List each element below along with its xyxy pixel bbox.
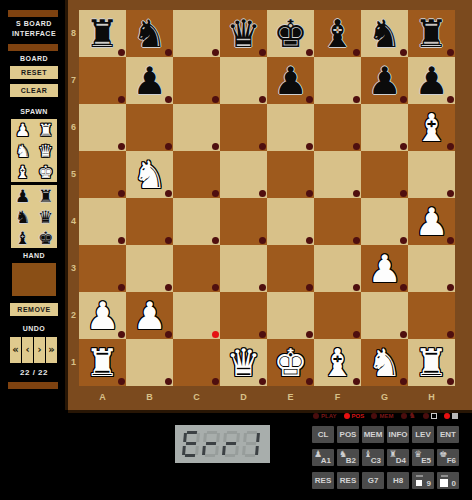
square-f3[interactable] <box>314 245 361 292</box>
square-c4[interactable] <box>173 198 220 245</box>
sensor-dot <box>400 331 407 338</box>
square-b1[interactable] <box>126 339 173 386</box>
square-c7[interactable] <box>173 57 220 104</box>
square-g7[interactable]: ♟ <box>361 57 408 104</box>
lcd-segment <box>183 433 187 442</box>
key-0[interactable]: 0 <box>437 472 459 489</box>
square-d3[interactable] <box>220 245 267 292</box>
square-small-icon <box>416 480 422 486</box>
key-res-2[interactable]: RES <box>337 472 359 489</box>
file-label-e: E <box>267 390 314 404</box>
lcd-segment <box>205 454 215 457</box>
sensor-dot <box>447 96 454 103</box>
board-section-label: BOARD <box>0 55 68 62</box>
lcd-segment <box>185 454 195 457</box>
rank-label-3: 3 <box>68 245 79 292</box>
led-dot <box>444 413 450 419</box>
sensor-dot <box>212 237 219 244</box>
sensor-dot <box>400 284 407 291</box>
app-title-line2: INTERFACE <box>0 30 68 37</box>
key-ent[interactable]: ENT <box>437 426 459 443</box>
square-f1[interactable]: ♝ <box>314 339 361 386</box>
square-e7[interactable]: ♟ <box>267 57 314 104</box>
key-e5[interactable]: ♛E5 <box>412 449 434 466</box>
square-f6[interactable] <box>314 104 361 151</box>
rank-label-7: 7 <box>68 57 79 104</box>
board-panel: ♜♞♛♚♝♞♜♟♟♟♟♝♞♟♟♟♟♜♛♚♝♞♜ 87654321 ABCDEFG… <box>68 0 472 410</box>
square-c5[interactable] <box>173 151 220 198</box>
key-label: 0 <box>452 479 456 489</box>
lcd-segment <box>246 442 256 445</box>
square-c8[interactable] <box>173 10 220 57</box>
sensor-dot <box>306 378 313 385</box>
key-c3[interactable]: ♝C3 <box>362 449 384 466</box>
sensor-dot <box>306 49 313 56</box>
keypad-row3: RESRESG7H890 <box>312 472 459 489</box>
sensor-dot <box>118 237 125 244</box>
square-b3[interactable] <box>126 245 173 292</box>
key-label: 9 <box>427 479 431 489</box>
sensor-dot <box>400 143 407 150</box>
spawn-black-pawn[interactable]: ♟ <box>11 185 34 206</box>
square-b7[interactable]: ♟ <box>126 57 173 104</box>
led-label: POS <box>352 413 365 419</box>
key-info[interactable]: INFO <box>387 426 409 443</box>
square-b8[interactable]: ♞ <box>126 10 173 57</box>
undo-controls: «‹›» <box>10 337 57 363</box>
divider-bar <box>8 382 58 389</box>
key-lev[interactable]: LEV <box>412 426 434 443</box>
square-g8[interactable]: ♞ <box>361 10 408 57</box>
spawn-white-king[interactable]: ♚ <box>34 161 57 182</box>
key-g7[interactable]: G7 <box>362 472 384 489</box>
key-label: E5 <box>421 456 431 466</box>
lcd-segment <box>195 446 199 455</box>
divider-bar <box>8 44 58 51</box>
lcd-segment <box>225 454 235 457</box>
keypad-leds: PLAYPOSMEM♞ <box>313 411 458 420</box>
sensor-dot <box>259 378 266 385</box>
file-label-a: A <box>79 390 126 404</box>
lcd-digits <box>183 431 259 457</box>
sensor-dot <box>165 331 172 338</box>
sensor-dot <box>447 49 454 56</box>
sensor-dot <box>447 190 454 197</box>
square-f2[interactable] <box>314 292 361 339</box>
key-label: D4 <box>396 456 406 466</box>
sensor-dot <box>259 143 266 150</box>
sensor-dot <box>400 378 407 385</box>
sensor-dot <box>353 143 360 150</box>
key-label: F6 <box>447 456 456 466</box>
led-dot <box>401 413 407 419</box>
spawn-palette-white: ♟♜♞♛♝♚ <box>11 119 57 182</box>
lcd-digit <box>222 431 240 457</box>
square-d8[interactable]: ♛ <box>220 10 267 57</box>
dash-icon <box>416 475 423 477</box>
clear-button[interactable]: CLEAR <box>10 84 58 97</box>
lcd-segment <box>245 454 255 457</box>
spawn-white-pawn[interactable]: ♟ <box>11 119 34 140</box>
key-a1[interactable]: ♟A1 <box>312 449 334 466</box>
sensor-dot <box>353 331 360 338</box>
square-g2[interactable] <box>361 292 408 339</box>
knight-icon: ♞ <box>409 413 416 419</box>
square-h8[interactable]: ♜ <box>408 10 455 57</box>
lcd-segment <box>216 433 220 442</box>
sensor-dot <box>306 143 313 150</box>
sensor-dot <box>165 237 172 244</box>
square-f4[interactable] <box>314 198 361 245</box>
rank-label-1: 1 <box>68 339 79 386</box>
rank-label-6: 6 <box>68 104 79 151</box>
square-h1[interactable]: ♜ <box>408 339 455 386</box>
lcd-digit <box>242 431 260 457</box>
key-h8[interactable]: H8 <box>387 472 409 489</box>
lcd-segment <box>243 433 247 442</box>
sensor-dot <box>165 190 172 197</box>
sensor-dot <box>212 96 219 103</box>
sensor-dot <box>306 237 313 244</box>
hand-slot[interactable] <box>12 263 56 296</box>
sensor-dot <box>118 143 125 150</box>
lcd-display <box>175 425 270 463</box>
app-title-line1: S BOARD <box>0 20 68 27</box>
lcd-segment <box>206 442 216 445</box>
rank-label-2: 2 <box>68 292 79 339</box>
led-white-square <box>423 413 437 419</box>
lcd-segment <box>203 433 207 442</box>
lcd-segment <box>187 431 197 434</box>
undo-section-label: UNDO <box>0 325 68 332</box>
lcd-segment <box>215 446 219 455</box>
reset-button[interactable]: RESET <box>10 66 58 79</box>
sensor-dot <box>447 237 454 244</box>
sensor-dot <box>212 378 219 385</box>
square-h3[interactable] <box>408 245 455 292</box>
sensor-dot <box>259 96 266 103</box>
sensor-dot <box>447 331 454 338</box>
sensor-dot <box>306 284 313 291</box>
spawn-white-rook[interactable]: ♜ <box>34 119 57 140</box>
sensor-dot <box>165 143 172 150</box>
square-b6[interactable] <box>126 104 173 151</box>
sensor-dot <box>165 284 172 291</box>
sensor-dot <box>353 190 360 197</box>
spawn-white-queen[interactable]: ♛ <box>34 140 57 161</box>
led-dot <box>344 413 350 419</box>
sensor-dot <box>259 190 266 197</box>
rank-label-5: 5 <box>68 151 79 198</box>
square-d1[interactable]: ♛ <box>220 339 267 386</box>
square-d4[interactable] <box>220 198 267 245</box>
spawn-white-knight[interactable]: ♞ <box>11 140 34 161</box>
divider-bar <box>8 10 58 17</box>
sensor-dot <box>259 284 266 291</box>
sensor-dot <box>165 378 172 385</box>
square-h7[interactable]: ♟ <box>408 57 455 104</box>
square-f8[interactable]: ♝ <box>314 10 361 57</box>
rank-label-4: 4 <box>68 198 79 245</box>
key-pos[interactable]: POS <box>337 426 359 443</box>
sensor-dot <box>259 331 266 338</box>
undo-step-forward-button[interactable]: › <box>34 337 45 363</box>
square-e2[interactable] <box>267 292 314 339</box>
sensor-dot <box>118 49 125 56</box>
file-label-b: B <box>126 390 173 404</box>
sensor-dot <box>400 49 407 56</box>
sensor-dot <box>400 96 407 103</box>
square-a5[interactable] <box>79 151 126 198</box>
square-a4[interactable] <box>79 198 126 245</box>
file-label-d: D <box>220 390 267 404</box>
sensor-dot <box>353 284 360 291</box>
square-g4[interactable] <box>361 198 408 245</box>
square-e8[interactable]: ♚ <box>267 10 314 57</box>
undo-jump-end-button[interactable]: » <box>46 337 57 363</box>
keypad-row1: CLPOSMEMINFOLEVENT <box>312 426 459 443</box>
spawn-black-rook[interactable]: ♜ <box>34 185 57 206</box>
sensor-dot <box>306 190 313 197</box>
file-label-c: C <box>173 390 220 404</box>
file-label-g: G <box>361 390 408 404</box>
led-mem: MEM <box>371 413 393 419</box>
square-c2[interactable] <box>173 292 220 339</box>
sensor-dot <box>118 284 125 291</box>
square-a8[interactable]: ♜ <box>79 10 126 57</box>
undo-step-back-button[interactable]: ‹ <box>22 337 33 363</box>
spawn-palette-black: ♟♜♞♛♝♚ <box>11 185 57 248</box>
square-f5[interactable] <box>314 151 361 198</box>
key-d4[interactable]: ♜D4 <box>387 449 409 466</box>
lcd-digit <box>202 431 220 457</box>
remove-button[interactable]: REMOVE <box>10 303 58 316</box>
sensor-dot <box>259 237 266 244</box>
sensor-dot <box>118 378 125 385</box>
square-h5[interactable] <box>408 151 455 198</box>
sensor-dot <box>447 143 454 150</box>
lcd-segment <box>227 431 237 434</box>
square-h6[interactable]: ♝ <box>408 104 455 151</box>
key-label: A1 <box>321 456 331 466</box>
chess-computer-screen: S BOARD INTERFACE BOARD RESET CLEAR SPAW… <box>0 0 472 500</box>
lcd-segment <box>247 431 257 434</box>
key-label: C3 <box>371 456 381 466</box>
square-b4[interactable] <box>126 198 173 245</box>
square-a3[interactable] <box>79 245 126 292</box>
spawn-black-queen[interactable]: ♛ <box>34 206 57 227</box>
sensor-dot <box>353 378 360 385</box>
undo-counter: 22 / 22 <box>0 368 68 377</box>
spawn-section-label: SPAWN <box>0 108 68 115</box>
led-dot <box>371 413 377 419</box>
square-c6[interactable] <box>173 104 220 151</box>
lcd-digit <box>182 431 200 457</box>
square-d5[interactable] <box>220 151 267 198</box>
key-res-1[interactable]: RES <box>312 472 334 489</box>
square-b2[interactable]: ♟ <box>126 292 173 339</box>
sensor-dot <box>212 284 219 291</box>
led-dot <box>313 413 319 419</box>
dash-icon <box>441 475 448 477</box>
spawn-black-king[interactable]: ♚ <box>34 227 57 248</box>
lcd-segment <box>207 431 217 434</box>
square-g1[interactable]: ♞ <box>361 339 408 386</box>
led-knight: ♞ <box>401 413 416 419</box>
lcd-segment <box>223 433 227 442</box>
rank-label-8: 8 <box>68 10 79 57</box>
lcd-segment <box>235 446 239 455</box>
sensor-dot <box>306 331 313 338</box>
spawn-white-bishop[interactable]: ♝ <box>11 161 34 182</box>
lcd-segment <box>255 446 259 455</box>
lcd-segment <box>256 433 260 442</box>
key-b2[interactable]: ♞B2 <box>337 449 359 466</box>
sensor-dot <box>447 284 454 291</box>
key-label: B2 <box>346 456 356 466</box>
sensor-dot <box>400 190 407 197</box>
key-cl[interactable]: CL <box>312 426 334 443</box>
sensor-dot <box>165 96 172 103</box>
board-grid: ♜♞♛♚♝♞♜♟♟♟♟♝♞♟♟♟♟♜♛♚♝♞♜ <box>79 10 455 386</box>
key-f6[interactable]: ♚F6 <box>437 449 459 466</box>
square-large-icon <box>440 479 448 487</box>
spawn-black-bishop[interactable]: ♝ <box>11 227 34 248</box>
black-square-icon <box>452 413 458 419</box>
white-square-icon <box>431 413 437 419</box>
sensor-dot <box>118 96 125 103</box>
square-c3[interactable] <box>173 245 220 292</box>
sensor-dot <box>400 237 407 244</box>
spawn-black-knight[interactable]: ♞ <box>11 206 34 227</box>
sensor-dot <box>353 49 360 56</box>
square-g5[interactable] <box>361 151 408 198</box>
sensor-dot <box>306 96 313 103</box>
square-b5[interactable]: ♞ <box>126 151 173 198</box>
square-c1[interactable] <box>173 339 220 386</box>
sensor-dot <box>259 49 266 56</box>
square-a7[interactable] <box>79 57 126 104</box>
square-d6[interactable] <box>220 104 267 151</box>
led-black-square <box>444 413 458 419</box>
square-a1[interactable]: ♜ <box>79 339 126 386</box>
sensor-dot <box>118 331 125 338</box>
key-mem[interactable]: MEM <box>362 426 384 443</box>
sensor-dot <box>447 378 454 385</box>
sensor-dot <box>165 49 172 56</box>
square-e4[interactable] <box>267 198 314 245</box>
undo-jump-start-button[interactable]: « <box>10 337 21 363</box>
square-g6[interactable] <box>361 104 408 151</box>
lcd-segment <box>186 442 196 445</box>
square-a6[interactable] <box>79 104 126 151</box>
sidebar: S BOARD INTERFACE BOARD RESET CLEAR SPAW… <box>0 0 68 500</box>
square-g3[interactable]: ♟ <box>361 245 408 292</box>
sensor-dot <box>353 96 360 103</box>
sensor-dot <box>353 237 360 244</box>
sensor-dot <box>212 49 219 56</box>
sensor-dot-highlighted <box>212 331 219 338</box>
led-play: PLAY <box>313 413 336 419</box>
key-9[interactable]: 9 <box>412 472 434 489</box>
square-e5[interactable] <box>267 151 314 198</box>
square-e1[interactable]: ♚ <box>267 339 314 386</box>
led-pos: POS <box>344 413 365 419</box>
led-dot <box>423 413 429 419</box>
square-e6[interactable] <box>267 104 314 151</box>
lcd-segment <box>196 433 200 442</box>
lcd-segment <box>226 442 236 445</box>
file-label-h: H <box>408 390 455 404</box>
square-h4[interactable]: ♟ <box>408 198 455 245</box>
led-label: PLAY <box>321 413 336 419</box>
file-label-f: F <box>314 390 361 404</box>
keypad-row2: ♟A1♞B2♝C3♜D4♛E5♚F6 <box>312 449 459 466</box>
square-d2[interactable] <box>220 292 267 339</box>
hand-section-label: HAND <box>0 252 68 259</box>
square-e3[interactable] <box>267 245 314 292</box>
sensor-dot <box>212 190 219 197</box>
keypad: PLAYPOSMEM♞ CLPOSMEMINFOLEVENT ♟A1♞B2♝C3… <box>312 411 459 489</box>
led-label: MEM <box>379 413 393 419</box>
square-a2[interactable]: ♟ <box>79 292 126 339</box>
square-f7[interactable] <box>314 57 361 104</box>
square-h2[interactable] <box>408 292 455 339</box>
sensor-dot <box>212 143 219 150</box>
lcd-segment <box>236 433 240 442</box>
sensor-dot <box>118 190 125 197</box>
square-d7[interactable] <box>220 57 267 104</box>
